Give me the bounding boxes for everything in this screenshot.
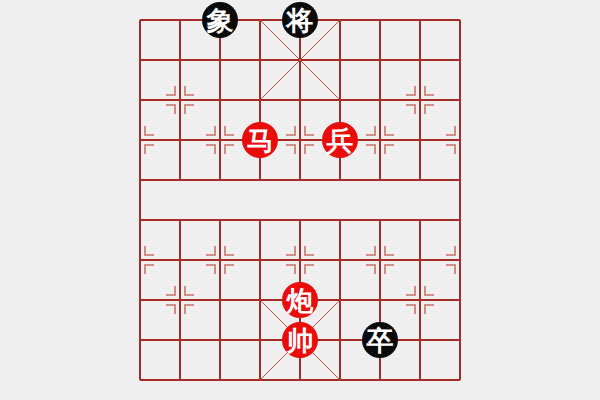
- point-marker: [225, 265, 234, 274]
- point-marker: [385, 145, 394, 154]
- point-marker: [225, 246, 234, 255]
- piece-red-general[interactable]: 帅: [282, 322, 318, 358]
- point-marker: [406, 105, 415, 114]
- point-marker: [385, 246, 394, 255]
- point-marker: [305, 246, 314, 255]
- point-marker: [425, 305, 434, 314]
- point-marker: [406, 305, 415, 314]
- point-marker: [145, 126, 154, 135]
- point-marker: [406, 86, 415, 95]
- point-marker: [366, 126, 375, 135]
- point-marker: [166, 105, 175, 114]
- point-marker: [446, 246, 455, 255]
- point-marker: [366, 145, 375, 154]
- point-marker: [406, 286, 415, 295]
- point-marker: [206, 145, 215, 154]
- piece-red-cannon[interactable]: 炮: [282, 282, 318, 318]
- piece-red-horse[interactable]: 马: [242, 122, 278, 158]
- piece-black-general[interactable]: 将: [282, 2, 318, 38]
- point-marker: [446, 145, 455, 154]
- point-marker: [286, 145, 295, 154]
- point-marker: [305, 126, 314, 135]
- point-marker: [286, 265, 295, 274]
- point-marker: [366, 246, 375, 255]
- xiangqi-board: 象将马兵炮帅卒: [0, 0, 600, 400]
- point-marker: [206, 246, 215, 255]
- point-marker: [385, 265, 394, 274]
- piece-black-soldier[interactable]: 卒: [362, 322, 398, 358]
- point-marker: [145, 265, 154, 274]
- point-marker: [366, 265, 375, 274]
- point-marker: [385, 126, 394, 135]
- point-marker: [206, 265, 215, 274]
- piece-red-soldier[interactable]: 兵: [322, 122, 358, 158]
- point-marker: [166, 305, 175, 314]
- point-marker: [185, 286, 194, 295]
- point-marker: [206, 126, 215, 135]
- point-marker: [225, 145, 234, 154]
- point-marker: [225, 126, 234, 135]
- point-marker: [166, 286, 175, 295]
- piece-black-elephant[interactable]: 象: [202, 2, 238, 38]
- point-marker: [305, 145, 314, 154]
- point-marker: [166, 86, 175, 95]
- point-marker: [446, 265, 455, 274]
- point-marker: [145, 246, 154, 255]
- point-marker: [425, 86, 434, 95]
- point-marker: [185, 105, 194, 114]
- point-marker: [305, 265, 314, 274]
- point-marker: [185, 305, 194, 314]
- point-marker: [425, 286, 434, 295]
- point-marker: [425, 105, 434, 114]
- point-marker: [145, 145, 154, 154]
- point-marker: [286, 126, 295, 135]
- point-marker: [446, 126, 455, 135]
- point-marker: [185, 86, 194, 95]
- point-marker: [286, 246, 295, 255]
